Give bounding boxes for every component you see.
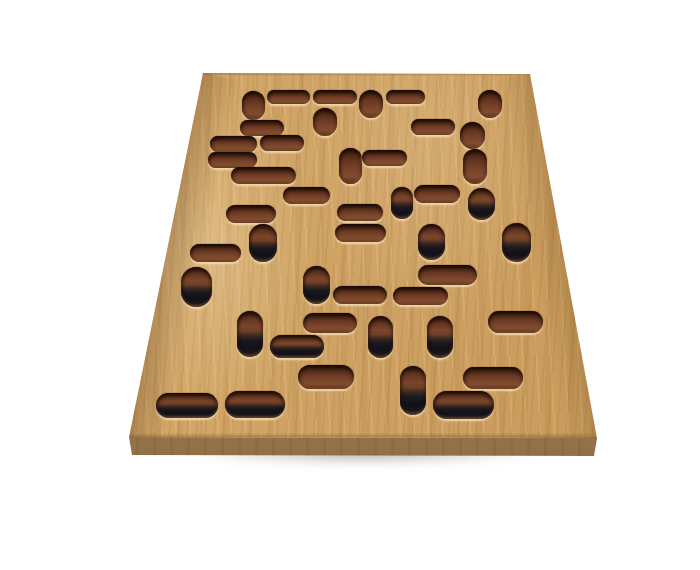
slot-cutout [313, 108, 337, 136]
slot-cutout [463, 367, 523, 389]
slot-cutout [391, 187, 413, 219]
slot-cutout [210, 136, 257, 152]
slot-cutout [260, 135, 304, 151]
slot-cutout [463, 149, 487, 184]
slot-cutout [502, 223, 531, 262]
slot-cutout [418, 265, 477, 285]
slot-cutout [283, 187, 330, 204]
top-edge-line [201, 73, 531, 76]
slot-cutout [242, 91, 265, 120]
slot-cutout [460, 122, 485, 149]
slot-cutout [190, 244, 241, 262]
slot-cutout [339, 148, 362, 184]
slot-cutout [427, 316, 453, 358]
slot-cutout [156, 393, 218, 418]
slot-cutout [298, 365, 354, 389]
slot-cutout [478, 90, 502, 118]
slot-cutout [418, 224, 445, 260]
slot-cutout [313, 90, 357, 104]
slot-cutout [362, 150, 407, 166]
slot-cutout [237, 311, 263, 357]
slot-cutout [393, 287, 448, 305]
slot-cutout [181, 267, 212, 307]
slot-cutout [303, 266, 330, 304]
slot-cutout [303, 313, 357, 333]
slot-cutout [386, 90, 425, 104]
slot-cutout [208, 152, 257, 168]
slot-cutout [240, 120, 284, 136]
slot-cutout [267, 90, 310, 104]
slot-cutout [368, 316, 393, 358]
slot-cutout [411, 119, 455, 135]
product-photo [0, 0, 700, 570]
slot-cutout [400, 366, 426, 415]
slot-cutout [335, 224, 386, 242]
slot-cutout [414, 185, 460, 203]
slot-cutout [359, 90, 383, 118]
slot-cutout [337, 204, 383, 221]
panel-top-surface [0, 0, 700, 570]
slot-cutout [488, 311, 543, 333]
slot-cutout [231, 167, 296, 184]
slot-cutout [468, 188, 495, 220]
slot-cutout [225, 391, 285, 418]
slot-cutout [270, 335, 324, 358]
slot-cutout [249, 224, 277, 262]
slot-cutout [433, 391, 494, 419]
slot-cutout [226, 205, 276, 223]
slot-cutout [333, 286, 387, 304]
